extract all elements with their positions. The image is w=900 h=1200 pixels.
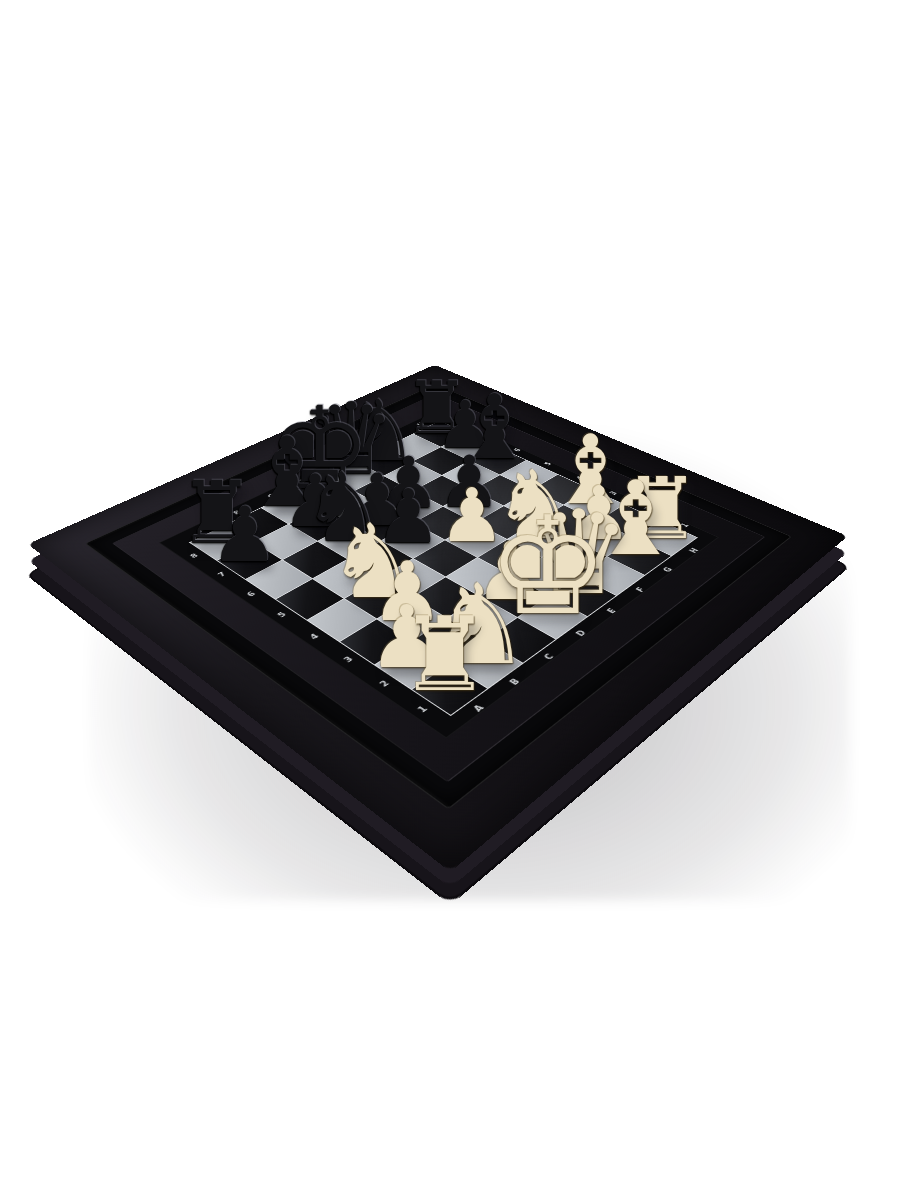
file-label-e-far: E	[330, 463, 340, 468]
rank-label-2-right: 2	[642, 506, 653, 512]
rank-label-3-left: 3	[342, 655, 355, 664]
file-label-f-near: F	[634, 586, 647, 593]
rank-label-2-left: 2	[377, 679, 391, 688]
file-label-g-far: G	[388, 435, 399, 440]
rank-label-8-left: 8	[188, 552, 199, 559]
file-label-e-near: E	[605, 607, 618, 615]
file-label-f-far: F	[360, 449, 370, 454]
file-label-a-far: A	[196, 526, 208, 533]
file-label-a-near: A	[471, 703, 486, 713]
file-label-c-near: C	[542, 652, 556, 661]
file-label-b-near: B	[508, 677, 522, 686]
rank-label-8-right: 8	[454, 422, 464, 427]
rank-label-6-right: 6	[512, 447, 522, 452]
play-surface: 88AA77BB66CC55DD44EE33FF22GG11HH	[159, 411, 719, 739]
rank-label-7-left: 7	[216, 571, 228, 578]
file-label-b-far: B	[232, 509, 243, 515]
rank-label-5-right: 5	[542, 461, 553, 466]
rank-label-1-right: 1	[679, 522, 691, 528]
rank-label-1-left: 1	[415, 704, 429, 714]
rank-label-7-right: 7	[483, 434, 493, 439]
product-photo-scene: 88AA77BB66CC55DD44EE33FF22GG11HH ♜♞♚♛♝♜♟…	[0, 0, 900, 1200]
rank-label-6-left: 6	[245, 590, 257, 597]
rank-label-4-left: 4	[308, 632, 321, 640]
file-label-c-far: C	[266, 493, 277, 499]
rank-label-3-right: 3	[608, 490, 619, 496]
file-label-g-near: G	[661, 566, 674, 573]
rank-label-4-right: 4	[574, 475, 585, 480]
checkerboard-grid	[189, 421, 698, 716]
rank-label-5-left: 5	[275, 611, 287, 619]
file-label-h-far: H	[415, 422, 425, 427]
file-label-d-near: D	[574, 629, 588, 638]
file-label-h-near: H	[687, 547, 700, 554]
file-label-d-far: D	[298, 478, 309, 484]
